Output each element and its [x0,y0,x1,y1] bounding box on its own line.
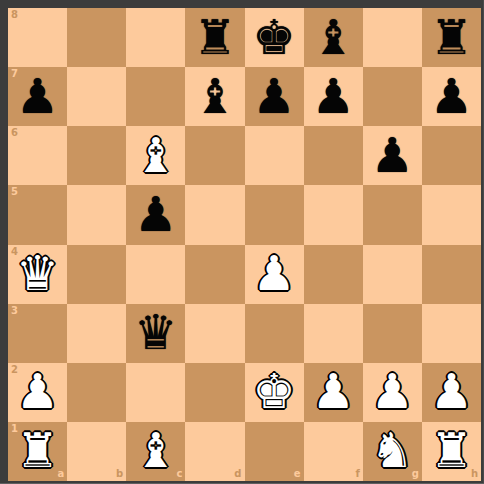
black-rook-d8[interactable]: ♜ [193,13,236,61]
square-c4[interactable] [126,245,185,304]
square-a6[interactable]: 6 [8,126,67,185]
square-g4[interactable] [363,245,422,304]
square-h7[interactable]: ♟ [422,67,481,126]
black-king-e8[interactable]: ♚ [253,13,296,61]
square-c2[interactable] [126,363,185,422]
black-pawn-h7[interactable]: ♟ [430,72,473,120]
black-rook-h8[interactable]: ♜ [430,13,473,61]
square-f4[interactable] [304,245,363,304]
square-c7[interactable] [126,67,185,126]
square-c6[interactable]: ♝ [126,126,185,185]
rank-label-5: 5 [11,187,18,197]
chess-board: 8♜♚♝♜7♟♝♟♟♟6♝♟5♟4♛♟3♛2♟♚♟♟♟1a♜bc♝defg♞h♜ [8,8,481,481]
square-f6[interactable] [304,126,363,185]
white-king-e2[interactable]: ♚ [253,367,296,415]
square-d4[interactable] [185,245,244,304]
square-g2[interactable]: ♟ [363,363,422,422]
white-bishop-c6[interactable]: ♝ [134,131,177,179]
square-a7[interactable]: 7♟ [8,67,67,126]
black-pawn-f7[interactable]: ♟ [312,72,355,120]
square-e2[interactable]: ♚ [245,363,304,422]
square-a1[interactable]: 1a♜ [8,422,67,481]
square-b1[interactable]: b [67,422,126,481]
square-d3[interactable] [185,304,244,363]
square-g8[interactable] [363,8,422,67]
square-f7[interactable]: ♟ [304,67,363,126]
square-e7[interactable]: ♟ [245,67,304,126]
square-f1[interactable]: f [304,422,363,481]
square-d2[interactable] [185,363,244,422]
square-b5[interactable] [67,185,126,244]
black-pawn-a7[interactable]: ♟ [16,72,59,120]
black-pawn-e7[interactable]: ♟ [253,72,296,120]
white-knight-g1[interactable]: ♞ [371,426,414,474]
rank-label-8: 8 [11,10,18,20]
square-b4[interactable] [67,245,126,304]
square-d7[interactable]: ♝ [185,67,244,126]
square-a3[interactable]: 3 [8,304,67,363]
square-b3[interactable] [67,304,126,363]
square-e1[interactable]: e [245,422,304,481]
file-label-d: d [234,469,241,479]
square-h3[interactable] [422,304,481,363]
black-pawn-c5[interactable]: ♟ [134,190,177,238]
square-b6[interactable] [67,126,126,185]
square-c3[interactable]: ♛ [126,304,185,363]
black-bishop-d7[interactable]: ♝ [193,72,236,120]
white-queen-a4[interactable]: ♛ [16,249,59,297]
square-h4[interactable] [422,245,481,304]
square-c5[interactable]: ♟ [126,185,185,244]
square-f2[interactable]: ♟ [304,363,363,422]
black-queen-c3[interactable]: ♛ [134,308,177,356]
white-pawn-g2[interactable]: ♟ [371,367,414,415]
square-g3[interactable] [363,304,422,363]
white-rook-h1[interactable]: ♜ [430,426,473,474]
square-d6[interactable] [185,126,244,185]
square-f3[interactable] [304,304,363,363]
square-e4[interactable]: ♟ [245,245,304,304]
square-h5[interactable] [422,185,481,244]
black-pawn-g6[interactable]: ♟ [371,131,414,179]
square-a2[interactable]: 2♟ [8,363,67,422]
square-h2[interactable]: ♟ [422,363,481,422]
square-d5[interactable] [185,185,244,244]
white-bishop-c1[interactable]: ♝ [134,426,177,474]
file-label-b: b [116,469,123,479]
file-label-f: f [355,469,359,479]
white-pawn-e4[interactable]: ♟ [253,249,296,297]
file-label-e: e [294,469,301,479]
square-e5[interactable] [245,185,304,244]
square-c8[interactable] [126,8,185,67]
square-e8[interactable]: ♚ [245,8,304,67]
square-a8[interactable]: 8 [8,8,67,67]
square-g1[interactable]: g♞ [363,422,422,481]
square-c1[interactable]: c♝ [126,422,185,481]
square-g5[interactable] [363,185,422,244]
square-d1[interactable]: d [185,422,244,481]
file-label-c: c [176,469,182,479]
square-g7[interactable] [363,67,422,126]
white-pawn-f2[interactable]: ♟ [312,367,355,415]
square-h1[interactable]: h♜ [422,422,481,481]
black-bishop-f8[interactable]: ♝ [312,13,355,61]
square-h8[interactable]: ♜ [422,8,481,67]
square-g6[interactable]: ♟ [363,126,422,185]
square-d8[interactable]: ♜ [185,8,244,67]
square-f5[interactable] [304,185,363,244]
white-pawn-a2[interactable]: ♟ [16,367,59,415]
square-b2[interactable] [67,363,126,422]
rank-label-6: 6 [11,128,18,138]
square-e3[interactable] [245,304,304,363]
board-frame: 8♜♚♝♜7♟♝♟♟♟6♝♟5♟4♛♟3♛2♟♚♟♟♟1a♜bc♝defg♞h♜ [0,0,484,484]
square-b8[interactable] [67,8,126,67]
square-f8[interactable]: ♝ [304,8,363,67]
square-h6[interactable] [422,126,481,185]
square-a5[interactable]: 5 [8,185,67,244]
square-e6[interactable] [245,126,304,185]
rank-label-3: 3 [11,306,18,316]
white-rook-a1[interactable]: ♜ [16,426,59,474]
square-b7[interactable] [67,67,126,126]
square-a4[interactable]: 4♛ [8,245,67,304]
white-pawn-h2[interactable]: ♟ [430,367,473,415]
